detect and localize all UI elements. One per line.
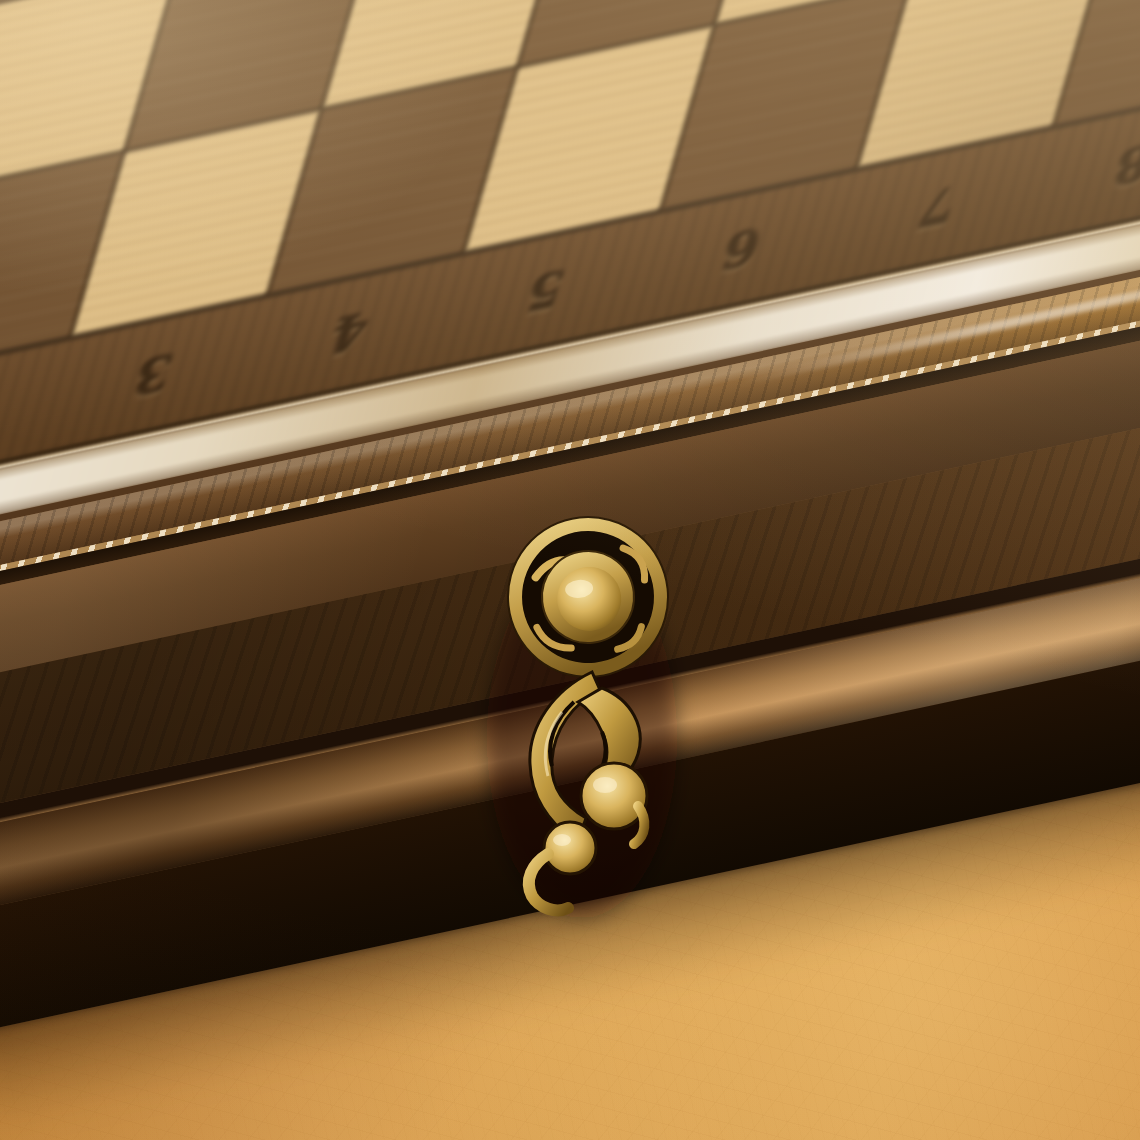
scene: 12345678 [0, 0, 1140, 1140]
brass-clasp [462, 488, 722, 938]
clasp-ball [544, 822, 596, 874]
clasp-knob [581, 763, 647, 829]
